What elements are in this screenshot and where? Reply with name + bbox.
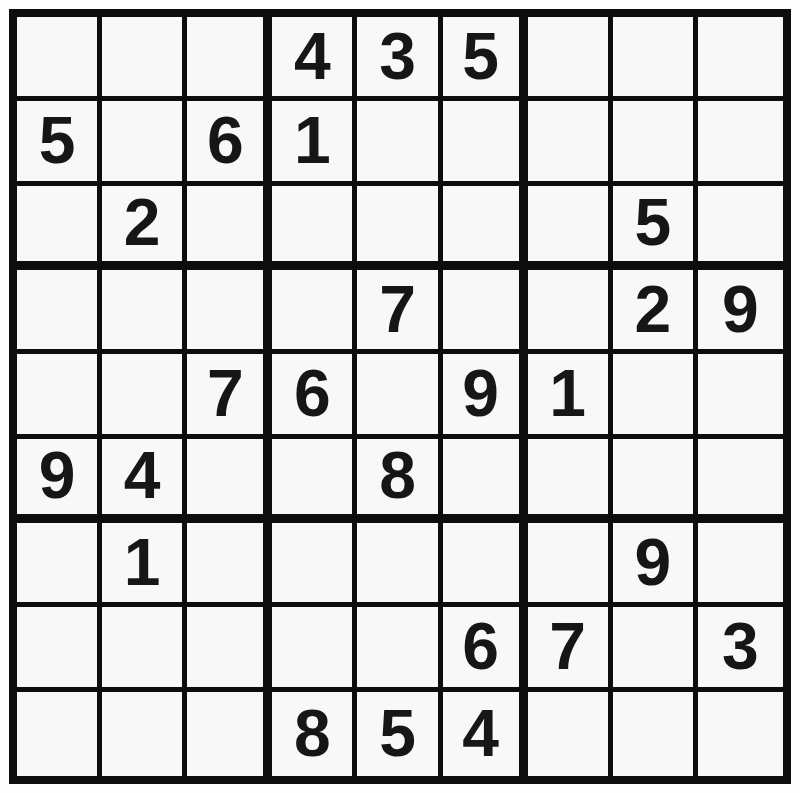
- given-digit: 6: [462, 613, 499, 679]
- sudoku-cell-r5c3[interactable]: 7: [187, 354, 272, 438]
- given-digit: 2: [634, 276, 671, 342]
- sudoku-cell-r8c8[interactable]: [613, 607, 698, 691]
- sudoku-cell-r8c5[interactable]: [357, 607, 442, 691]
- sudoku-cell-r6c5[interactable]: 8: [357, 439, 442, 523]
- sudoku-cell-r2c3[interactable]: 6: [187, 101, 272, 185]
- sudoku-cell-r6c8[interactable]: [613, 439, 698, 523]
- sudoku-cell-r7c7[interactable]: [528, 523, 613, 607]
- sudoku-cell-r2c2[interactable]: [102, 101, 187, 185]
- given-digit: 1: [549, 360, 586, 426]
- sudoku-cell-r1c6[interactable]: 5: [443, 17, 528, 101]
- sudoku-cell-r7c8[interactable]: 9: [613, 523, 698, 607]
- sudoku-cell-r3c1[interactable]: [17, 186, 102, 270]
- given-digit: 2: [124, 189, 161, 255]
- sudoku-cell-r5c6[interactable]: 9: [443, 354, 528, 438]
- given-digit: 9: [722, 276, 759, 342]
- sudoku-cell-r6c6[interactable]: [443, 439, 528, 523]
- sudoku-cell-r6c1[interactable]: 9: [17, 439, 102, 523]
- sudoku-cell-r9c4[interactable]: 8: [272, 692, 357, 776]
- sudoku-cell-r4c8[interactable]: 2: [613, 270, 698, 354]
- sudoku-cell-r1c9[interactable]: [698, 17, 783, 101]
- sudoku-cell-r1c3[interactable]: [187, 17, 272, 101]
- sudoku-cell-r5c5[interactable]: [357, 354, 442, 438]
- sudoku-cell-r2c9[interactable]: [698, 101, 783, 185]
- sudoku-cell-r4c1[interactable]: [17, 270, 102, 354]
- given-digit: 4: [124, 442, 161, 508]
- sudoku-cell-r7c1[interactable]: [17, 523, 102, 607]
- sudoku-cell-r4c2[interactable]: [102, 270, 187, 354]
- sudoku-cell-r8c4[interactable]: [272, 607, 357, 691]
- sudoku-cell-r6c2[interactable]: 4: [102, 439, 187, 523]
- sudoku-cell-r5c2[interactable]: [102, 354, 187, 438]
- given-digit: 1: [294, 107, 331, 173]
- sudoku-cell-r6c3[interactable]: [187, 439, 272, 523]
- sudoku-cell-r2c7[interactable]: [528, 101, 613, 185]
- sudoku-cell-r3c5[interactable]: [357, 186, 442, 270]
- sudoku-cell-r4c7[interactable]: [528, 270, 613, 354]
- sudoku-cell-r7c4[interactable]: [272, 523, 357, 607]
- sudoku-cell-r5c4[interactable]: 6: [272, 354, 357, 438]
- sudoku-cell-r1c5[interactable]: 3: [357, 17, 442, 101]
- sudoku-cell-r8c6[interactable]: 6: [443, 607, 528, 691]
- sudoku-cell-r7c5[interactable]: [357, 523, 442, 607]
- sudoku-cell-r1c4[interactable]: 4: [272, 17, 357, 101]
- given-digit: 4: [294, 23, 331, 89]
- sudoku-cell-r3c8[interactable]: 5: [613, 186, 698, 270]
- given-digit: 8: [294, 700, 331, 766]
- sudoku-cell-r9c1[interactable]: [17, 692, 102, 776]
- sudoku-cell-r8c1[interactable]: [17, 607, 102, 691]
- sudoku-cell-r3c6[interactable]: [443, 186, 528, 270]
- sudoku-cell-r9c9[interactable]: [698, 692, 783, 776]
- sudoku-cell-r3c7[interactable]: [528, 186, 613, 270]
- sudoku-cell-r8c2[interactable]: [102, 607, 187, 691]
- sudoku-cell-r4c9[interactable]: 9: [698, 270, 783, 354]
- given-digit: 9: [634, 529, 671, 595]
- sudoku-cell-r8c7[interactable]: 7: [528, 607, 613, 691]
- sudoku-cell-r5c8[interactable]: [613, 354, 698, 438]
- sudoku-cell-r1c8[interactable]: [613, 17, 698, 101]
- sudoku-cell-r5c7[interactable]: 1: [528, 354, 613, 438]
- sudoku-cell-r7c6[interactable]: [443, 523, 528, 607]
- given-digit: 1: [124, 529, 161, 595]
- sudoku-cell-r9c8[interactable]: [613, 692, 698, 776]
- sudoku-cell-r5c9[interactable]: [698, 354, 783, 438]
- sudoku-cell-r1c1[interactable]: [17, 17, 102, 101]
- given-digit: 7: [379, 276, 416, 342]
- sudoku-cell-r7c9[interactable]: [698, 523, 783, 607]
- sudoku-cell-r1c7[interactable]: [528, 17, 613, 101]
- sudoku-cell-r9c2[interactable]: [102, 692, 187, 776]
- given-digit: 7: [207, 360, 244, 426]
- sudoku-cell-r6c9[interactable]: [698, 439, 783, 523]
- sudoku-cell-r7c2[interactable]: 1: [102, 523, 187, 607]
- sudoku-cell-r2c1[interactable]: 5: [17, 101, 102, 185]
- given-digit: 5: [39, 107, 76, 173]
- given-digit: 9: [462, 360, 499, 426]
- given-digit: 6: [207, 107, 244, 173]
- sudoku-cell-r9c3[interactable]: [187, 692, 272, 776]
- given-digit: 7: [549, 613, 586, 679]
- sudoku-cell-r4c6[interactable]: [443, 270, 528, 354]
- sudoku-cell-r3c3[interactable]: [187, 186, 272, 270]
- sudoku-cell-r6c7[interactable]: [528, 439, 613, 523]
- sudoku-cell-r3c4[interactable]: [272, 186, 357, 270]
- sudoku-cell-r8c9[interactable]: 3: [698, 607, 783, 691]
- sudoku-cell-r6c4[interactable]: [272, 439, 357, 523]
- sudoku-cell-r2c5[interactable]: [357, 101, 442, 185]
- sudoku-cell-r8c3[interactable]: [187, 607, 272, 691]
- sudoku-cell-r7c3[interactable]: [187, 523, 272, 607]
- given-digit: 3: [722, 613, 759, 679]
- sudoku-cell-r2c8[interactable]: [613, 101, 698, 185]
- sudoku-cell-r2c4[interactable]: 1: [272, 101, 357, 185]
- sudoku-cell-r2c6[interactable]: [443, 101, 528, 185]
- given-digit: 5: [634, 189, 671, 255]
- sudoku-cell-r9c6[interactable]: 4: [443, 692, 528, 776]
- sudoku-board: 43556125729769194819673854: [9, 9, 791, 784]
- sudoku-cell-r3c9[interactable]: [698, 186, 783, 270]
- sudoku-cell-r9c5[interactable]: 5: [357, 692, 442, 776]
- given-digit: 9: [39, 442, 76, 508]
- sudoku-cell-r4c5[interactable]: 7: [357, 270, 442, 354]
- given-digit: 6: [294, 360, 331, 426]
- sudoku-cell-r9c7[interactable]: [528, 692, 613, 776]
- given-digit: 8: [379, 442, 416, 508]
- given-digit: 4: [462, 700, 499, 766]
- sudoku-cell-r4c4[interactable]: [272, 270, 357, 354]
- sudoku-cell-r1c2[interactable]: [102, 17, 187, 101]
- sudoku-cell-r4c3[interactable]: [187, 270, 272, 354]
- sudoku-cell-r3c2[interactable]: 2: [102, 186, 187, 270]
- given-digit: 5: [379, 700, 416, 766]
- given-digit: 5: [462, 23, 499, 89]
- given-digit: 3: [379, 23, 416, 89]
- sudoku-cell-r5c1[interactable]: [17, 354, 102, 438]
